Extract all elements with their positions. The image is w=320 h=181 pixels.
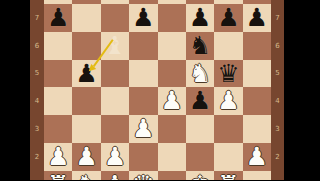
square-f3[interactable] [186, 115, 214, 143]
square-d3[interactable]: ♟ [129, 115, 157, 143]
black-pawn-f7[interactable]: ♟ [186, 4, 214, 32]
square-c1[interactable]: ♝ [101, 171, 129, 181]
square-a6[interactable] [44, 32, 72, 60]
black-pawn-a7[interactable]: ♟ [44, 4, 72, 32]
square-e7[interactable] [158, 4, 186, 32]
rank-label-7: 7 [30, 13, 44, 23]
ghost-white-bishop-c6: ♝ [101, 32, 129, 60]
rank-label-7: 7 [271, 13, 284, 23]
white-knight-b1[interactable]: ♞ [72, 171, 100, 181]
square-d2[interactable] [129, 143, 157, 171]
square-a7[interactable]: ♟ [44, 4, 72, 32]
square-a1[interactable]: ♜ [44, 171, 72, 181]
square-a5[interactable] [44, 60, 72, 88]
square-g6[interactable] [214, 32, 242, 60]
square-g7[interactable]: ♟ [214, 4, 242, 32]
square-b1[interactable]: ♞ [72, 171, 100, 181]
black-pawn-d7[interactable]: ♟ [129, 4, 157, 32]
black-pawn-g7[interactable]: ♟ [214, 4, 242, 32]
video-frame: 87654321 87654321 ♜♞♝♚♝♜♟♟♟♟♟♝♞♟♞♛♟♟♟♟♟♟… [0, 0, 320, 180]
square-g1[interactable]: ♜ [214, 171, 242, 181]
square-h1[interactable] [243, 171, 271, 181]
square-a2[interactable]: ♟ [44, 143, 72, 171]
rank-label-1: 1 [271, 179, 284, 180]
white-pawn-c2[interactable]: ♟ [101, 143, 129, 171]
square-h3[interactable] [243, 115, 271, 143]
square-e2[interactable] [158, 143, 186, 171]
square-f2[interactable] [186, 143, 214, 171]
square-b7[interactable] [72, 4, 100, 32]
square-d7[interactable]: ♟ [129, 4, 157, 32]
square-e3[interactable] [158, 115, 186, 143]
square-a3[interactable] [44, 115, 72, 143]
square-h6[interactable] [243, 32, 271, 60]
white-pawn-b2[interactable]: ♟ [72, 143, 100, 171]
square-b6[interactable] [72, 32, 100, 60]
white-knight-f5[interactable]: ♞ [186, 60, 214, 88]
rank-label-4: 4 [271, 96, 284, 106]
square-h7[interactable]: ♟ [243, 4, 271, 32]
square-a4[interactable] [44, 87, 72, 115]
square-h2[interactable]: ♟ [243, 143, 271, 171]
square-f6[interactable]: ♞ [186, 32, 214, 60]
square-e1[interactable] [158, 171, 186, 181]
square-f7[interactable]: ♟ [186, 4, 214, 32]
chess-board: ♜♞♝♚♝♜♟♟♟♟♟♝♞♟♞♛♟♟♟♟♟♟♟♟♜♞♝♛♚♜ [44, 0, 271, 180]
square-g5[interactable]: ♛ [214, 60, 242, 88]
white-pawn-a2[interactable]: ♟ [44, 143, 72, 171]
rank-label-5: 5 [271, 68, 284, 78]
square-d5[interactable] [129, 60, 157, 88]
square-b3[interactable] [72, 115, 100, 143]
white-pawn-g4[interactable]: ♟ [214, 87, 242, 115]
square-h4[interactable] [243, 87, 271, 115]
square-e4[interactable]: ♟ [158, 87, 186, 115]
black-knight-f6[interactable]: ♞ [186, 32, 214, 60]
square-d4[interactable] [129, 87, 157, 115]
black-queen-g5[interactable]: ♛ [214, 60, 242, 88]
rank-label-5: 5 [30, 68, 44, 78]
white-queen-d1[interactable]: ♛ [129, 171, 157, 181]
square-f5[interactable]: ♞ [186, 60, 214, 88]
black-pawn-f4[interactable]: ♟ [186, 87, 214, 115]
white-king-f1[interactable]: ♚ [186, 171, 214, 181]
white-pawn-h2[interactable]: ♟ [243, 143, 271, 171]
white-pawn-e4[interactable]: ♟ [158, 87, 186, 115]
white-rook-g1[interactable]: ♜ [214, 171, 242, 181]
rank-label-4: 4 [30, 96, 44, 106]
white-pawn-d3[interactable]: ♟ [129, 115, 157, 143]
rank-label-3: 3 [271, 124, 284, 134]
white-rook-a1[interactable]: ♜ [44, 171, 72, 181]
square-g4[interactable]: ♟ [214, 87, 242, 115]
square-c6[interactable]: ♝ [101, 32, 129, 60]
square-h5[interactable] [243, 60, 271, 88]
rank-label-2: 2 [271, 152, 284, 162]
square-b4[interactable] [72, 87, 100, 115]
square-c4[interactable] [101, 87, 129, 115]
rank-label-6: 6 [30, 41, 44, 51]
square-b5[interactable]: ♟ [72, 60, 100, 88]
board-border-left: 87654321 [30, 0, 44, 180]
black-pawn-b5[interactable]: ♟ [72, 60, 100, 88]
square-d6[interactable] [129, 32, 157, 60]
square-c2[interactable]: ♟ [101, 143, 129, 171]
white-bishop-c1[interactable]: ♝ [101, 171, 129, 181]
board-border-right: 87654321 [271, 0, 284, 180]
rank-label-2: 2 [30, 152, 44, 162]
square-e5[interactable] [158, 60, 186, 88]
square-c7[interactable] [101, 4, 129, 32]
rank-label-3: 3 [30, 124, 44, 134]
square-b2[interactable]: ♟ [72, 143, 100, 171]
square-c5[interactable] [101, 60, 129, 88]
square-f4[interactable]: ♟ [186, 87, 214, 115]
rank-label-1: 1 [30, 179, 44, 180]
square-c3[interactable] [101, 115, 129, 143]
square-g3[interactable] [214, 115, 242, 143]
square-d1[interactable]: ♛ [129, 171, 157, 181]
square-e6[interactable] [158, 32, 186, 60]
black-pawn-h7[interactable]: ♟ [243, 4, 271, 32]
rank-label-6: 6 [271, 41, 284, 51]
square-g2[interactable] [214, 143, 242, 171]
square-f1[interactable]: ♚ [186, 171, 214, 181]
